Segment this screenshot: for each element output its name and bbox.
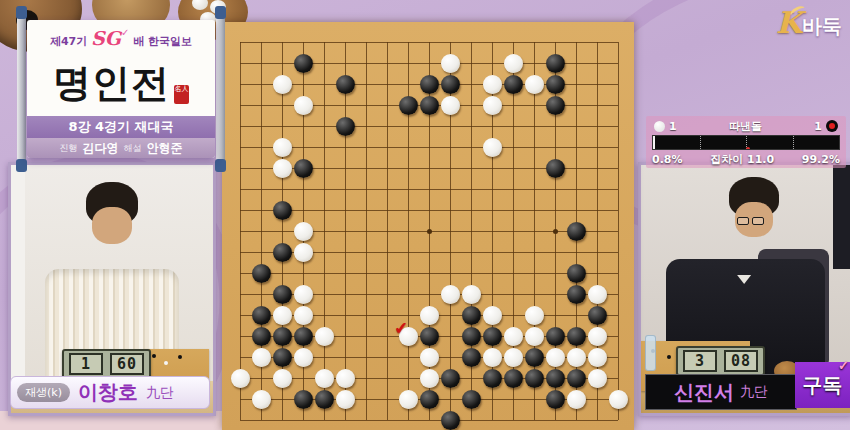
white-stone (164, 361, 168, 365)
white-winrate: 0.8% (652, 153, 683, 166)
sg-logo-text: SG (91, 27, 121, 49)
white-stone (525, 75, 544, 94)
white-stone (294, 96, 313, 115)
black-stone (273, 243, 292, 262)
black-stone (667, 355, 671, 359)
captures-label: 따낸돌 (729, 119, 762, 134)
white-stone (420, 348, 439, 367)
subscribe-check-icon: ✓ (838, 358, 849, 373)
black-stone (567, 222, 586, 241)
white-stone (441, 96, 460, 115)
white-stone (525, 306, 544, 325)
black-captures: 1 (814, 120, 822, 133)
grid-line (240, 420, 618, 421)
black-stone (567, 327, 586, 346)
grid-line (240, 273, 618, 274)
brush-check-icon: ✓ (121, 27, 129, 38)
white-stone (609, 390, 628, 409)
left-player-name: 이창호 (78, 379, 138, 406)
black-stone (420, 390, 439, 409)
white-stone (504, 54, 523, 73)
white-stone (273, 369, 292, 388)
white-stone (336, 369, 355, 388)
black-stone (462, 348, 481, 367)
red-seal-stamp: 名人 (174, 85, 189, 104)
black-stone (336, 75, 355, 94)
black-stone (525, 369, 544, 388)
white-stone (294, 348, 313, 367)
black-stone (462, 390, 481, 409)
black-stone (546, 390, 565, 409)
round-info: 8강 4경기 재대국 (27, 116, 215, 138)
black-stone (525, 348, 544, 367)
white-stone (567, 390, 586, 409)
black-stone (588, 306, 607, 325)
logo-text: 바둑 (802, 13, 842, 40)
white-stone (441, 285, 460, 304)
white-stone (399, 390, 418, 409)
black-stone (420, 96, 439, 115)
scroll-rod (17, 14, 26, 164)
right-player-nameplate: 신진서 九단 (645, 374, 797, 410)
banner-title: 명인전 (53, 64, 170, 102)
black-stone (504, 369, 523, 388)
white-stone (588, 285, 607, 304)
black-stone (294, 390, 313, 409)
black-stone (567, 264, 586, 283)
left-player-nameplate: 재생(k) 이창호 九단 (10, 376, 210, 409)
black-stone (152, 354, 156, 358)
right-player-clock: 3 08 (676, 346, 765, 376)
white-stone (315, 327, 334, 346)
white-stone (441, 54, 460, 73)
subscribe-button[interactable]: 구독 ✓ (795, 362, 850, 408)
white-captures: 1 (669, 120, 677, 133)
white-stone (273, 159, 292, 178)
clock-periods: 1 (69, 353, 103, 375)
water-bottle (645, 335, 656, 371)
white-stone (192, 0, 208, 10)
white-stone (525, 327, 544, 346)
right-player-rank: 九단 (740, 383, 768, 401)
face (92, 207, 132, 244)
white-stone (273, 75, 292, 94)
white-stone (252, 348, 271, 367)
white-stone (483, 348, 502, 367)
go-board: ✔ (222, 22, 634, 430)
last-move-check-marker: ✔ (393, 317, 409, 338)
white-stone (588, 369, 607, 388)
banner-paper: 제47기 SG✓ 배 한국일보 명인전 名人 8강 4경기 재대국 진행김다영 … (27, 20, 215, 158)
star-point (553, 229, 558, 234)
white-stone (294, 243, 313, 262)
white-stone (546, 348, 565, 367)
black-stone (504, 75, 523, 94)
winrate-bar (652, 135, 840, 150)
black-stone (546, 96, 565, 115)
monitor (833, 165, 850, 269)
black-stone (252, 327, 271, 346)
white-stone (294, 306, 313, 325)
white-stone (483, 138, 502, 157)
white-stone (252, 390, 271, 409)
black-stone (546, 54, 565, 73)
black-stone (294, 159, 313, 178)
black-stone (252, 264, 271, 283)
black-stone (462, 327, 481, 346)
white-stone (504, 348, 523, 367)
star-point (427, 229, 432, 234)
white-stone (336, 390, 355, 409)
white-stone (483, 75, 502, 94)
black-stone (546, 327, 565, 346)
black-stone (546, 75, 565, 94)
white-stone (294, 222, 313, 241)
black-stone (441, 411, 460, 430)
black-stone (546, 369, 565, 388)
left-player-rank: 九단 (146, 384, 174, 402)
white-stone (588, 348, 607, 367)
banner-subtitle: 제47기 SG✓ 배 한국일보 (27, 27, 215, 49)
black-stone (252, 306, 271, 325)
black-stone (546, 159, 565, 178)
black-stone (441, 369, 460, 388)
white-stone (462, 285, 481, 304)
replay-badge: 재생(k) (17, 383, 70, 402)
black-stone (273, 285, 292, 304)
white-stone (420, 306, 439, 325)
black-stone (399, 96, 418, 115)
black-stone (294, 54, 313, 73)
white-stone (420, 369, 439, 388)
black-stone (273, 327, 292, 346)
black-stone (462, 306, 481, 325)
channel-logo: K 바둑 (776, 5, 842, 40)
white-stone (273, 138, 292, 157)
scroll-rod (216, 14, 225, 164)
black-stone-icon (826, 120, 838, 132)
white-stone (588, 327, 607, 346)
white-stone (273, 306, 292, 325)
white-stone (231, 369, 250, 388)
black-stone (315, 390, 334, 409)
winrate-panel: 1 따낸돌 1 0.8% 집차이 11.0 99.2% (646, 116, 846, 168)
bar-center-marker (746, 147, 750, 150)
white-stone (504, 327, 523, 346)
white-stone (483, 306, 502, 325)
black-winrate: 99.2% (802, 153, 840, 166)
clock-periods: 3 (683, 350, 717, 372)
glasses (737, 217, 764, 225)
tournament-banner: 제47기 SG✓ 배 한국일보 명인전 名人 8강 4경기 재대국 진행김다영 … (24, 20, 218, 158)
black-stone (567, 369, 586, 388)
white-stone (483, 96, 502, 115)
black-stone (483, 327, 502, 346)
right-player-name: 신진서 (674, 379, 734, 406)
black-stone (567, 285, 586, 304)
black-stone (420, 75, 439, 94)
left-player-clock: 1 60 (62, 349, 151, 379)
black-stone (420, 327, 439, 346)
black-stone (178, 355, 182, 359)
staff-info: 진행김다영 해설안형준 (27, 138, 215, 158)
black-stone (273, 348, 292, 367)
clock-seconds: 60 (110, 353, 144, 375)
black-stone (336, 117, 355, 136)
black-stone (483, 369, 502, 388)
black-stone (294, 327, 313, 346)
black-stone (273, 201, 292, 220)
score-difference: 집차이 11.0 (710, 152, 774, 167)
white-stone (315, 369, 334, 388)
black-stone (441, 75, 460, 94)
clock-seconds: 08 (724, 350, 758, 372)
white-stone (294, 285, 313, 304)
white-stone-icon (654, 121, 665, 132)
white-stone (567, 348, 586, 367)
grid-line (618, 42, 619, 420)
